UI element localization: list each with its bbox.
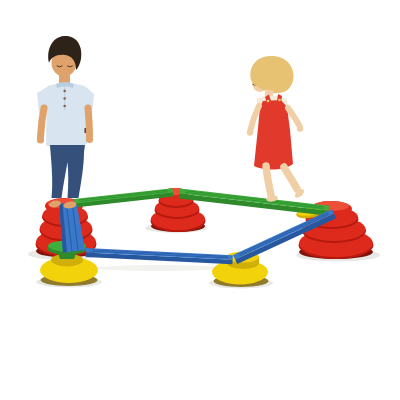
child-girl: [247, 56, 306, 202]
girl-leg-front: [266, 166, 271, 195]
boy-hand-right: [86, 136, 93, 143]
shadow-plank-bottom: [96, 265, 220, 271]
plank-green-right: [179, 189, 329, 216]
boy-shirt-button-3: [63, 105, 66, 108]
plank-blue-bottom: [86, 248, 233, 264]
child-boy: [37, 36, 94, 209]
boy-arm-right: [88, 108, 90, 136]
boy-arm-left: [41, 108, 45, 137]
product-photo: [0, 0, 400, 400]
girl-arm-front: [251, 106, 260, 130]
girl-strap-button-right: [278, 99, 281, 102]
girl-hand-back: [297, 125, 303, 131]
boy-shirt-button-2: [63, 97, 66, 100]
boy-hand-left: [37, 136, 44, 143]
boy-jeans: [50, 145, 85, 198]
boy-shirt-torso: [46, 83, 87, 148]
girl-hand-front: [247, 129, 253, 135]
boy-shirt-button-1: [63, 90, 66, 93]
girl-leg-back: [284, 167, 297, 189]
balance-course-scene: [0, 0, 400, 400]
girl-strap-button-left: [267, 100, 270, 103]
